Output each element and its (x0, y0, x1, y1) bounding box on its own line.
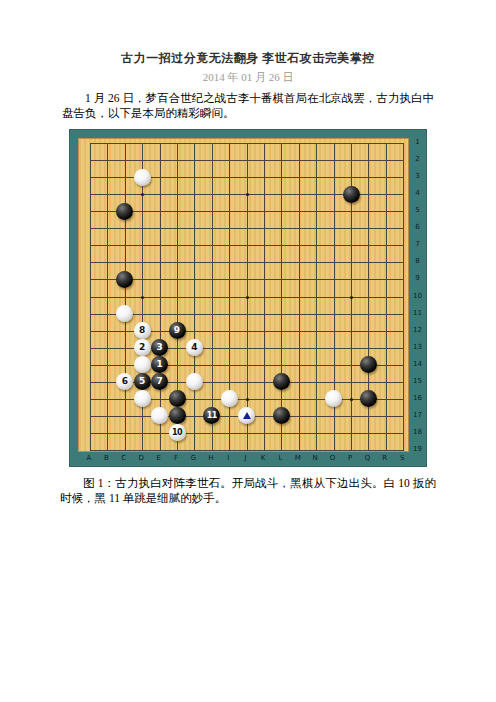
column-label: N (308, 453, 322, 463)
column-label: I (221, 453, 235, 463)
grid-line-v (316, 143, 317, 451)
column-label: D (134, 453, 148, 463)
stone-black-E14: 1 (151, 356, 168, 373)
stone-white-G13: 4 (186, 339, 203, 356)
stone-black-P4 (343, 186, 360, 203)
row-label: 9 (410, 273, 425, 283)
row-label: 12 (410, 325, 425, 335)
stone-black-F17 (169, 407, 186, 424)
stone-black-Q16 (360, 390, 377, 407)
article-intro: 1 月 26 日，梦百合世纪之战古李十番棋首局在北京战罢，古力执白中盘告负，以下… (62, 91, 434, 121)
stone-black-Q14 (360, 356, 377, 373)
grid-line-h (90, 433, 404, 434)
grid-line-h (90, 450, 404, 451)
grid-line-v (386, 143, 387, 451)
row-label: 6 (410, 222, 425, 232)
column-label: O (326, 453, 340, 463)
column-label: S (395, 453, 409, 463)
stone-white-D3 (134, 169, 151, 186)
column-label: A (82, 453, 96, 463)
row-label: 14 (410, 359, 425, 369)
stone-white-G15 (186, 373, 203, 390)
stone-black-D15: 5 (134, 373, 151, 390)
column-label: B (99, 453, 113, 463)
move-number: 1 (156, 360, 162, 369)
column-label: M (291, 453, 305, 463)
row-label: 15 (410, 376, 425, 386)
move-number: 6 (122, 377, 128, 386)
grid-line-v (264, 143, 265, 451)
row-label: 18 (410, 427, 425, 437)
row-label: 10 (410, 291, 425, 301)
stone-white-C15: 6 (116, 373, 133, 390)
grid-line-v (281, 143, 282, 451)
column-label: Q (360, 453, 374, 463)
move-number: 2 (139, 343, 145, 352)
column-label: E (152, 453, 166, 463)
stone-white-D16 (134, 390, 151, 407)
row-label: 4 (410, 188, 425, 198)
row-label: 1 (410, 137, 425, 147)
stone-white-F18: 10 (169, 424, 186, 441)
stone-black-C5 (116, 203, 133, 220)
column-label: R (378, 453, 392, 463)
stone-white-D12: 8 (134, 322, 151, 339)
stone-black-E15: 7 (151, 373, 168, 390)
column-label: P (343, 453, 357, 463)
row-label: 17 (410, 410, 425, 420)
article-title: 古力一招过分竟无法翻身 李世石攻击完美掌控 (20, 50, 476, 67)
triangle-marker-icon (243, 412, 251, 419)
star-point (246, 398, 249, 401)
star-point (350, 296, 353, 299)
grid-line-v (403, 143, 404, 451)
move-number: 5 (139, 377, 145, 386)
move-number: 7 (156, 377, 162, 386)
row-label: 2 (410, 154, 425, 164)
move-number: 8 (139, 326, 145, 335)
stone-white-I16 (221, 390, 238, 407)
move-number: 3 (156, 343, 162, 352)
column-label: G (186, 453, 200, 463)
stone-black-E13: 3 (151, 339, 168, 356)
row-label: 7 (410, 239, 425, 249)
figure-caption: 图 1：古力执白对阵李世石。开局战斗，黑棋从下边出头。白 10 扳的时候，黑 1… (60, 476, 436, 506)
go-board: 8923416571110 ABCDEFGHIJKLMNOPQRS 123456… (69, 129, 427, 467)
column-label: L (273, 453, 287, 463)
column-label: K (256, 453, 270, 463)
move-number: 10 (172, 429, 182, 437)
stone-black-H17: 11 (203, 407, 220, 424)
stone-black-C9 (116, 271, 133, 288)
row-label: 11 (410, 308, 425, 318)
row-label: 19 (410, 444, 425, 454)
stone-black-L17 (273, 407, 290, 424)
stone-black-F16 (169, 390, 186, 407)
board-surface: 8923416571110 (78, 138, 409, 452)
stone-white-J17 (238, 407, 255, 424)
row-label: 13 (410, 342, 425, 352)
row-label: 5 (410, 205, 425, 215)
column-label: J (239, 453, 253, 463)
move-number: 11 (207, 412, 217, 420)
stone-black-F12: 9 (169, 322, 186, 339)
star-point (350, 398, 353, 401)
stone-white-D14 (134, 356, 151, 373)
row-label: 8 (410, 256, 425, 266)
star-point (246, 296, 249, 299)
grid-line-v (299, 143, 300, 451)
article-date: 2014 年 01 月 26 日 (0, 70, 496, 85)
star-point (141, 296, 144, 299)
column-label: C (117, 453, 131, 463)
stone-white-D13: 2 (134, 339, 151, 356)
move-number: 4 (191, 343, 197, 352)
column-label: F (169, 453, 183, 463)
column-label: H (204, 453, 218, 463)
article-page: { "page": { "title": "古力一招过分竟无法翻身 李世石攻击完… (0, 0, 496, 702)
row-label: 16 (410, 393, 425, 403)
move-number: 9 (174, 326, 180, 335)
stone-white-E17 (151, 407, 168, 424)
row-label: 3 (410, 171, 425, 181)
stone-white-C11 (116, 305, 133, 322)
star-point (246, 193, 249, 196)
stone-black-L15 (273, 373, 290, 390)
grid-line-h (90, 314, 404, 315)
star-point (141, 193, 144, 196)
stone-white-O16 (325, 390, 342, 407)
